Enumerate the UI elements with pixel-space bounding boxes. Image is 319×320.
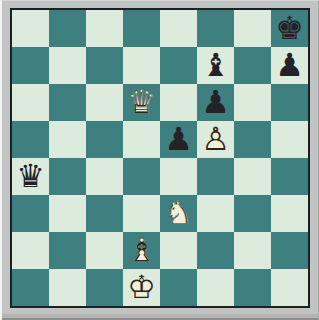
black-piece-fill: ♛ <box>12 158 49 195</box>
square-b1[interactable] <box>49 269 86 306</box>
square-h8[interactable]: ♚ <box>271 10 308 47</box>
square-a5[interactable] <box>12 121 49 158</box>
square-d3[interactable] <box>123 195 160 232</box>
square-d5[interactable] <box>123 121 160 158</box>
square-e8[interactable] <box>160 10 197 47</box>
square-c2[interactable] <box>86 232 123 269</box>
square-e1[interactable] <box>160 269 197 306</box>
black-piece-fill: ♟ <box>197 84 234 121</box>
square-f8[interactable] <box>197 10 234 47</box>
square-h2[interactable] <box>271 232 308 269</box>
square-g5[interactable] <box>234 121 271 158</box>
square-h7[interactable]: ♟ <box>271 47 308 84</box>
square-g1[interactable] <box>234 269 271 306</box>
black-piece-fill: ♟ <box>271 47 308 84</box>
square-d4[interactable] <box>123 158 160 195</box>
square-c1[interactable] <box>86 269 123 306</box>
square-f4[interactable] <box>197 158 234 195</box>
square-e6[interactable] <box>160 84 197 121</box>
square-d7[interactable] <box>123 47 160 84</box>
white-queen-d6[interactable]: ♛♕ <box>123 84 160 121</box>
square-a2[interactable] <box>12 232 49 269</box>
square-a1[interactable] <box>12 269 49 306</box>
black-piece-fill: ♝ <box>197 47 234 84</box>
square-e5[interactable]: ♟ <box>160 121 197 158</box>
square-g8[interactable] <box>234 10 271 47</box>
white-pawn-f5[interactable]: ♟♙ <box>197 121 234 158</box>
square-f3[interactable] <box>197 195 234 232</box>
white-piece-outline: ♕ <box>123 84 160 121</box>
square-g6[interactable] <box>234 84 271 121</box>
square-f5[interactable]: ♟♙ <box>197 121 234 158</box>
square-a4[interactable]: ♛ <box>12 158 49 195</box>
square-f6[interactable]: ♟ <box>197 84 234 121</box>
black-pawn-e5[interactable]: ♟ <box>160 121 197 158</box>
square-a8[interactable] <box>12 10 49 47</box>
square-a6[interactable] <box>12 84 49 121</box>
square-d2[interactable]: ♝♗ <box>123 232 160 269</box>
black-piece-fill: ♟ <box>160 121 197 158</box>
square-a7[interactable] <box>12 47 49 84</box>
square-h3[interactable] <box>271 195 308 232</box>
white-piece-outline: ♙ <box>197 121 234 158</box>
square-a3[interactable] <box>12 195 49 232</box>
square-c3[interactable] <box>86 195 123 232</box>
square-c5[interactable] <box>86 121 123 158</box>
board-frame: ♚♝♟♛♕♟♟♟♙♛♞♘♝♗♚♔ <box>0 0 319 320</box>
square-d8[interactable] <box>123 10 160 47</box>
white-piece-outline: ♔ <box>123 269 160 306</box>
black-queen-a4[interactable]: ♛ <box>12 158 49 195</box>
white-piece-outline: ♗ <box>123 232 160 269</box>
chess-board: ♚♝♟♛♕♟♟♟♙♛♞♘♝♗♚♔ <box>10 8 310 308</box>
black-bishop-f7[interactable]: ♝ <box>197 47 234 84</box>
white-piece-outline: ♘ <box>160 195 197 232</box>
square-d6[interactable]: ♛♕ <box>123 84 160 121</box>
square-e3[interactable]: ♞♘ <box>160 195 197 232</box>
square-b8[interactable] <box>49 10 86 47</box>
square-f1[interactable] <box>197 269 234 306</box>
square-e2[interactable] <box>160 232 197 269</box>
white-bishop-d2[interactable]: ♝♗ <box>123 232 160 269</box>
square-g2[interactable] <box>234 232 271 269</box>
square-b5[interactable] <box>49 121 86 158</box>
square-c7[interactable] <box>86 47 123 84</box>
square-h1[interactable] <box>271 269 308 306</box>
square-e4[interactable] <box>160 158 197 195</box>
square-e7[interactable] <box>160 47 197 84</box>
square-g3[interactable] <box>234 195 271 232</box>
white-king-d1[interactable]: ♚♔ <box>123 269 160 306</box>
square-h6[interactable] <box>271 84 308 121</box>
square-b4[interactable] <box>49 158 86 195</box>
square-c4[interactable] <box>86 158 123 195</box>
square-d1[interactable]: ♚♔ <box>123 269 160 306</box>
square-b6[interactable] <box>49 84 86 121</box>
square-c6[interactable] <box>86 84 123 121</box>
square-c8[interactable] <box>86 10 123 47</box>
square-f2[interactable] <box>197 232 234 269</box>
black-king-h8[interactable]: ♚ <box>271 10 308 47</box>
square-b2[interactable] <box>49 232 86 269</box>
square-h4[interactable] <box>271 158 308 195</box>
white-knight-e3[interactable]: ♞♘ <box>160 195 197 232</box>
square-b3[interactable] <box>49 195 86 232</box>
square-g4[interactable] <box>234 158 271 195</box>
black-pawn-h7[interactable]: ♟ <box>271 47 308 84</box>
black-pawn-f6[interactable]: ♟ <box>197 84 234 121</box>
black-piece-fill: ♚ <box>271 10 308 47</box>
square-g7[interactable] <box>234 47 271 84</box>
square-b7[interactable] <box>49 47 86 84</box>
square-f7[interactable]: ♝ <box>197 47 234 84</box>
square-h5[interactable] <box>271 121 308 158</box>
